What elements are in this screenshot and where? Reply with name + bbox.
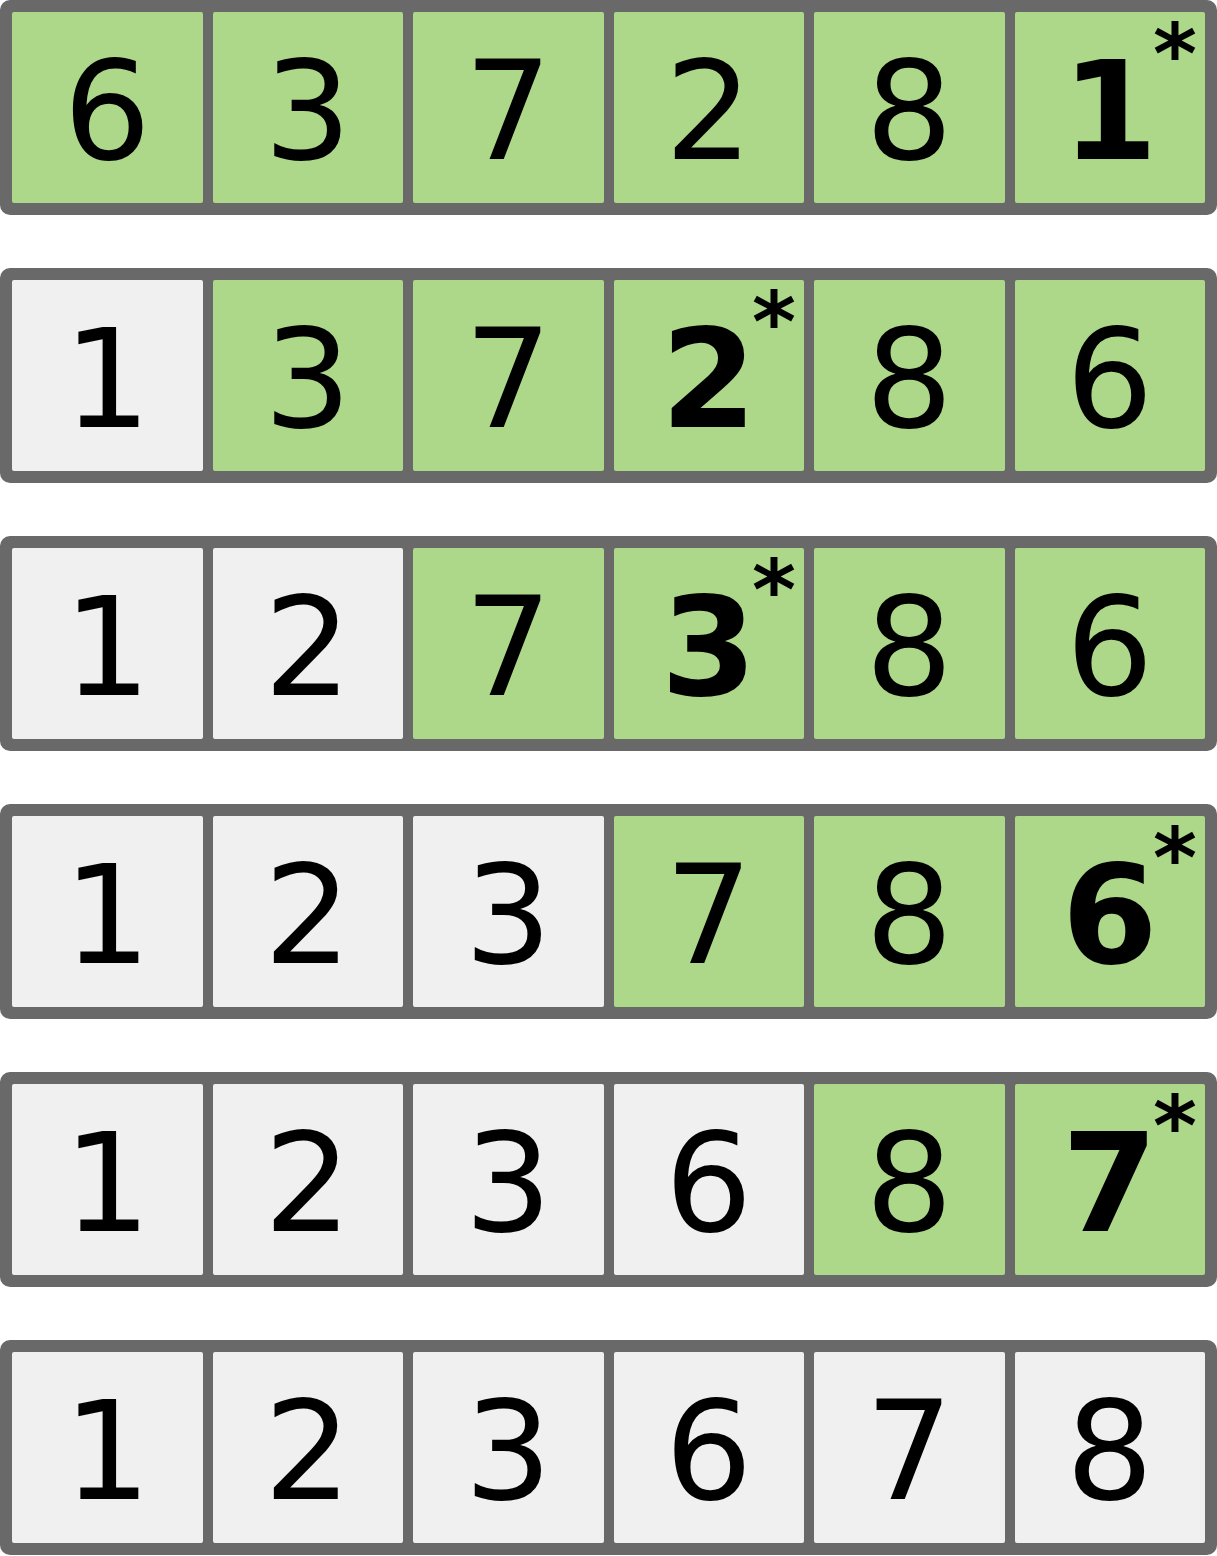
cell-value: 2 [264,847,352,985]
array-cell: 6 [614,1084,805,1275]
cell-value: 1 [63,1115,151,1253]
cell-value: 7 [464,311,552,449]
array-cell: 6 [614,1352,805,1543]
cell-value: 3 [464,847,552,985]
cell-value: 3 [464,1115,552,1253]
selection-sort-board: 637281*1372*861273*86123786*123687*12367… [0,0,1217,1555]
selected-min-asterisk-icon: * [1153,1084,1197,1168]
selected-min-asterisk-icon: * [752,280,796,364]
cell-value: 8 [865,579,953,717]
array-cell: 6* [1015,816,1206,1007]
array-cell: 1 [12,1084,203,1275]
sort-step-row: 637281* [0,0,1217,215]
cell-value: 3 [661,579,757,717]
cell-value: 8 [865,847,953,985]
array-cell: 3 [413,1084,604,1275]
array-cell: 2 [213,1352,404,1543]
array-cell: 3* [614,548,805,739]
array-cell: 1 [12,816,203,1007]
cell-value: 1 [1062,43,1158,181]
cell-value: 3 [264,43,352,181]
cell-value: 1 [63,579,151,717]
selected-min-asterisk-icon: * [752,548,796,632]
array-cell: 1 [12,280,203,471]
selected-min-asterisk-icon: * [1153,816,1197,900]
array-cell: 8 [814,12,1005,203]
array-cell: 2 [614,12,805,203]
array-cell: 7 [413,280,604,471]
cell-value: 7 [464,579,552,717]
array-cell: 7 [614,816,805,1007]
sort-step-row: 123786* [0,804,1217,1019]
array-cell: 6 [1015,548,1206,739]
cell-value: 8 [865,311,953,449]
array-cell: 7 [413,548,604,739]
selected-min-asterisk-icon: * [1153,12,1197,96]
array-cell: 2 [213,1084,404,1275]
array-cell: 3 [213,12,404,203]
array-cell: 6 [1015,280,1206,471]
array-cell: 1 [12,548,203,739]
cell-value: 7 [865,1383,953,1521]
cell-value: 1 [63,847,151,985]
array-cell: 8 [814,280,1005,471]
cell-value: 6 [665,1115,753,1253]
cell-value: 6 [665,1383,753,1521]
cell-value: 6 [1066,311,1154,449]
array-cell: 2* [614,280,805,471]
array-cell: 3 [213,280,404,471]
cell-value: 2 [661,311,757,449]
cell-value: 6 [1062,847,1158,985]
cell-value: 2 [264,1115,352,1253]
array-cell: 1 [12,1352,203,1543]
array-cell: 8 [1015,1352,1206,1543]
sort-step-row: 123678 [0,1340,1217,1555]
array-cell: 3 [413,1352,604,1543]
cell-value: 6 [1066,579,1154,717]
cell-value: 8 [865,43,953,181]
array-cell: 8 [814,548,1005,739]
cell-value: 8 [1066,1383,1154,1521]
array-cell: 7* [1015,1084,1206,1275]
cell-value: 6 [63,43,151,181]
cell-value: 2 [264,1383,352,1521]
cell-value: 7 [464,43,552,181]
cell-value: 1 [63,311,151,449]
sort-step-row: 123687* [0,1072,1217,1287]
array-cell: 2 [213,816,404,1007]
array-cell: 8 [814,816,1005,1007]
array-cell: 7 [413,12,604,203]
array-cell: 8 [814,1084,1005,1275]
sort-step-row: 1372*86 [0,268,1217,483]
cell-value: 2 [264,579,352,717]
array-cell: 7 [814,1352,1005,1543]
cell-value: 7 [1062,1115,1158,1253]
array-cell: 3 [413,816,604,1007]
cell-value: 8 [865,1115,953,1253]
cell-value: 3 [264,311,352,449]
cell-value: 2 [665,43,753,181]
array-cell: 1* [1015,12,1206,203]
sort-step-row: 1273*86 [0,536,1217,751]
cell-value: 7 [665,847,753,985]
cell-value: 3 [464,1383,552,1521]
array-cell: 6 [12,12,203,203]
cell-value: 1 [63,1383,151,1521]
array-cell: 2 [213,548,404,739]
